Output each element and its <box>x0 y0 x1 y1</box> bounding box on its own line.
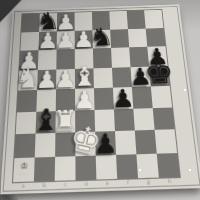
square-c3: ♜ <box>55 110 75 133</box>
square-d8 <box>75 12 93 30</box>
square-h8 <box>144 10 163 28</box>
square-h2 <box>155 129 177 153</box>
square-a2 <box>14 134 35 158</box>
square-f7 <box>110 29 129 48</box>
square-d1 <box>75 155 96 180</box>
square-a3 <box>16 111 37 134</box>
square-b3: ♝ <box>36 111 56 134</box>
square-g5: ♟ <box>130 66 150 87</box>
photo-scene: · · · · · · · · ♞♟♟♟♟♞♟♟♞♟♟♝♟♚♟♟♝♜♚♟♔· ·… <box>0 0 200 200</box>
square-c7: ♟ <box>57 30 75 49</box>
square-f5 <box>112 67 132 88</box>
square-c8: ♟ <box>57 13 75 31</box>
square-e4 <box>94 88 114 110</box>
square-b1 <box>34 156 55 181</box>
square-c5: ♟ <box>56 68 75 89</box>
square-d6 <box>75 48 94 68</box>
chess-board: · · · · · · · · ♞♟♟♟♟♞♟♟♞♟♟♝♟♚♟♟♝♜♚♟♔· ·… <box>0 4 200 194</box>
square-e2: ♟ <box>95 131 116 155</box>
square-f1 <box>116 154 138 179</box>
piece-white-pawn-d4: ♟ <box>73 87 96 112</box>
square-f3 <box>114 108 135 131</box>
square-d4: ♟ <box>75 88 95 110</box>
square-a4 <box>17 90 37 112</box>
square-d3 <box>75 109 95 132</box>
square-f8 <box>109 11 128 29</box>
square-h4 <box>151 86 172 108</box>
square-d2: ♚ <box>75 132 95 156</box>
file-label-a: a <box>21 183 24 189</box>
square-e3 <box>95 109 115 132</box>
piece-white-pawn-b5: ♟ <box>35 68 58 92</box>
square-c1 <box>55 156 76 181</box>
board-grid: ♞♟♟♟♟♞♟♟♞♟♟♝♟♚♟♟♝♜♚♟♔· · · <box>13 10 180 182</box>
square-c6 <box>56 49 75 69</box>
logo-caption: · · · <box>20 171 28 176</box>
square-e5 <box>93 67 112 88</box>
square-a1: ♔· · · <box>13 157 35 182</box>
square-f6 <box>111 47 130 67</box>
square-g2 <box>135 130 157 154</box>
square-a5: ♞ <box>18 70 38 91</box>
piece-white-pawn-a6: ♟ <box>18 49 41 72</box>
piece-white-pawn-c5: ♟ <box>54 67 76 91</box>
file-label-e: e <box>106 180 109 186</box>
logo-crown-icon: ♔ <box>20 162 28 171</box>
square-g4 <box>132 86 153 108</box>
square-c2 <box>55 132 75 156</box>
square-a7 <box>20 32 39 51</box>
square-b2 <box>35 133 56 157</box>
square-a6: ♟ <box>19 50 38 70</box>
square-f2 <box>115 130 136 154</box>
square-g3 <box>133 108 154 131</box>
square-e6 <box>93 48 112 68</box>
square-g8 <box>127 10 146 28</box>
square-g1 <box>136 153 158 178</box>
square-h7 <box>146 28 166 47</box>
square-h1 <box>157 152 180 177</box>
file-label-h: h <box>168 178 172 184</box>
file-label-f: f <box>127 180 129 186</box>
board-corner-logo: ♔· · · <box>13 157 35 182</box>
square-e7: ♞ <box>92 29 111 48</box>
square-g7 <box>128 28 147 47</box>
square-b6 <box>38 50 57 70</box>
square-d5: ♝ <box>75 68 94 89</box>
file-label-b: b <box>43 182 46 188</box>
square-b4 <box>36 89 56 111</box>
square-d7: ♟ <box>75 30 93 49</box>
file-label-g: g <box>147 179 151 185</box>
square-h5: ♚ <box>149 66 170 87</box>
square-h3 <box>153 107 175 130</box>
file-label-d: d <box>85 181 88 187</box>
square-f4: ♟ <box>113 87 133 109</box>
square-g6 <box>129 47 149 67</box>
square-c4 <box>56 89 75 111</box>
square-b7: ♟ <box>38 31 56 50</box>
file-label-c: c <box>64 182 67 188</box>
square-b5: ♟ <box>37 69 56 90</box>
square-a8 <box>21 14 39 32</box>
square-e1 <box>96 154 117 179</box>
square-b8: ♞ <box>39 13 57 31</box>
square-e8 <box>92 11 110 29</box>
square-h6: ♟ <box>147 46 167 66</box>
